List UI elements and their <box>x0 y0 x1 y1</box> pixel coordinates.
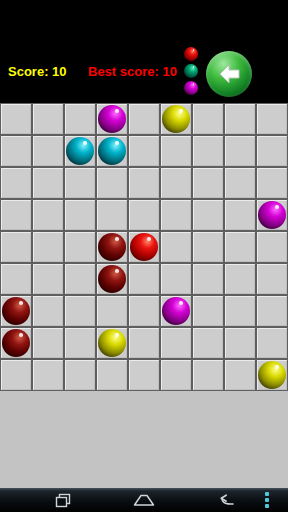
board-cell[interactable] <box>193 200 223 230</box>
board-cell[interactable] <box>161 328 191 358</box>
board-cell[interactable] <box>257 232 287 262</box>
ball-cyan[interactable] <box>66 137 94 165</box>
next-ball-magenta <box>184 81 198 95</box>
board-cell[interactable] <box>161 232 191 262</box>
ball-cyan[interactable] <box>98 137 126 165</box>
back-arrow-icon <box>215 60 243 88</box>
ball-magenta[interactable] <box>258 201 286 229</box>
board-cell[interactable] <box>257 136 287 166</box>
board-cell[interactable] <box>161 264 191 294</box>
board-cell[interactable] <box>65 104 95 134</box>
board-cell[interactable] <box>129 328 159 358</box>
board-cell[interactable] <box>97 328 127 358</box>
board-cell[interactable] <box>33 360 63 390</box>
app-screen: Score: 10 Best score: 10 <box>0 0 288 512</box>
menu-dots-icon[interactable] <box>258 488 276 512</box>
recents-icon[interactable] <box>47 488 79 512</box>
top-bar: Score: 10 Best score: 10 <box>0 0 288 103</box>
board-cell[interactable] <box>225 168 255 198</box>
menu-dot <box>265 492 269 496</box>
next-ball-red <box>184 47 198 61</box>
home-icon[interactable] <box>128 488 160 512</box>
board-cell[interactable] <box>257 168 287 198</box>
ball-yellow[interactable] <box>98 329 126 357</box>
board-cell[interactable] <box>225 136 255 166</box>
lower-background <box>0 391 288 488</box>
board-cell[interactable] <box>225 232 255 262</box>
board-cell[interactable] <box>65 232 95 262</box>
board-cell[interactable] <box>161 296 191 326</box>
board-cell[interactable] <box>193 328 223 358</box>
board-cell[interactable] <box>97 200 127 230</box>
board-cell[interactable] <box>161 360 191 390</box>
board-cell[interactable] <box>33 104 63 134</box>
board-cell[interactable] <box>225 360 255 390</box>
board-cell[interactable] <box>225 296 255 326</box>
board-cell[interactable] <box>97 104 127 134</box>
ball-darkred[interactable] <box>98 233 126 261</box>
ball-red[interactable] <box>130 233 158 261</box>
board-cell[interactable] <box>1 200 31 230</box>
board-cell[interactable] <box>129 296 159 326</box>
back-button[interactable] <box>206 51 252 97</box>
board-cell[interactable] <box>1 232 31 262</box>
board-cell[interactable] <box>257 264 287 294</box>
board-cell[interactable] <box>33 168 63 198</box>
board-cell[interactable] <box>65 136 95 166</box>
board-cell[interactable] <box>193 232 223 262</box>
board-cell[interactable] <box>193 136 223 166</box>
board-cell[interactable] <box>129 264 159 294</box>
board-cell[interactable] <box>97 232 127 262</box>
board-cell[interactable] <box>193 104 223 134</box>
board-cell[interactable] <box>225 328 255 358</box>
board-cell[interactable] <box>65 264 95 294</box>
board-cell[interactable] <box>65 168 95 198</box>
board-cell[interactable] <box>225 264 255 294</box>
board-cell[interactable] <box>129 136 159 166</box>
board-cell[interactable] <box>193 296 223 326</box>
board-cell[interactable] <box>193 360 223 390</box>
game-board <box>0 103 288 391</box>
board-cell[interactable] <box>1 296 31 326</box>
board-cell[interactable] <box>1 136 31 166</box>
board-cell[interactable] <box>33 232 63 262</box>
board-cell[interactable] <box>129 360 159 390</box>
board-cell[interactable] <box>33 264 63 294</box>
android-nav-bar <box>0 488 288 512</box>
board-cell[interactable] <box>65 360 95 390</box>
next-ball-green <box>184 64 198 78</box>
board-cell[interactable] <box>257 296 287 326</box>
board-cell[interactable] <box>257 328 287 358</box>
board-cell[interactable] <box>225 200 255 230</box>
ball-yellow[interactable] <box>162 105 190 133</box>
board-cell[interactable] <box>257 104 287 134</box>
menu-dot <box>265 498 269 502</box>
back-nav-icon[interactable] <box>209 488 241 512</box>
board-cell[interactable] <box>33 200 63 230</box>
menu-dot <box>265 504 269 508</box>
board-cell[interactable] <box>1 328 31 358</box>
board-cell[interactable] <box>129 232 159 262</box>
board-cell[interactable] <box>65 328 95 358</box>
board-cell[interactable] <box>97 360 127 390</box>
board-cell[interactable] <box>1 264 31 294</box>
board-cell[interactable] <box>257 360 287 390</box>
board-cell[interactable] <box>97 264 127 294</box>
board-cell[interactable] <box>65 296 95 326</box>
ball-darkred[interactable] <box>98 265 126 293</box>
next-balls-preview <box>184 47 198 95</box>
board-cell[interactable] <box>97 168 127 198</box>
board-cell[interactable] <box>33 136 63 166</box>
board-cell[interactable] <box>1 168 31 198</box>
board-cell[interactable] <box>33 296 63 326</box>
score-label: Score: 10 <box>8 64 67 79</box>
board-cell[interactable] <box>1 360 31 390</box>
ball-yellow[interactable] <box>258 361 286 389</box>
board-cell[interactable] <box>33 328 63 358</box>
ball-magenta[interactable] <box>162 297 190 325</box>
board-cell[interactable] <box>129 168 159 198</box>
board-cell[interactable] <box>161 200 191 230</box>
board-cell[interactable] <box>65 200 95 230</box>
board-cell[interactable] <box>225 104 255 134</box>
board-cell[interactable] <box>193 264 223 294</box>
board-cell[interactable] <box>1 104 31 134</box>
board-cell[interactable] <box>129 200 159 230</box>
board-cell[interactable] <box>161 168 191 198</box>
ball-magenta[interactable] <box>98 105 126 133</box>
board-cell[interactable] <box>257 200 287 230</box>
board-cell[interactable] <box>161 104 191 134</box>
board-cell[interactable] <box>193 168 223 198</box>
board-cell[interactable] <box>129 104 159 134</box>
board-cell[interactable] <box>97 296 127 326</box>
board-cell[interactable] <box>97 136 127 166</box>
ball-darkred[interactable] <box>2 329 30 357</box>
ball-darkred[interactable] <box>2 297 30 325</box>
best-score-label: Best score: 10 <box>88 64 177 79</box>
board-cell[interactable] <box>161 136 191 166</box>
